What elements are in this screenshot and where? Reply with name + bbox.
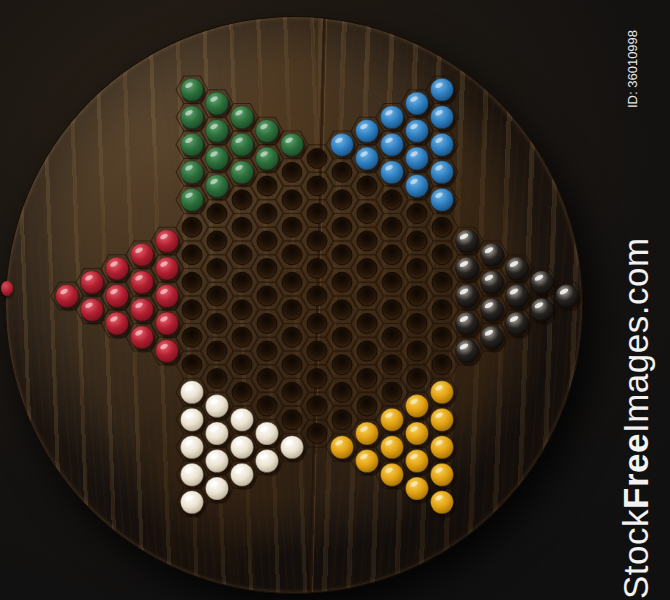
hole[interactable] xyxy=(207,314,227,334)
hole[interactable] xyxy=(282,245,302,265)
hole[interactable] xyxy=(382,355,402,375)
peg-red[interactable] xyxy=(131,326,154,349)
hole[interactable] xyxy=(382,327,402,347)
hole[interactable] xyxy=(357,259,377,279)
hole[interactable] xyxy=(382,190,402,210)
watermark-site: StockFreeImages.com xyxy=(616,117,654,599)
hole[interactable] xyxy=(357,396,377,416)
hole[interactable] xyxy=(232,355,252,375)
peg-black[interactable] xyxy=(506,285,529,308)
hole[interactable] xyxy=(182,217,202,237)
hole[interactable] xyxy=(357,341,377,361)
peg-black[interactable] xyxy=(456,230,479,253)
peg-white[interactable] xyxy=(181,463,204,486)
board-holes-and-pegs xyxy=(0,0,670,600)
peg-yellow[interactable] xyxy=(356,422,379,445)
peg-green[interactable] xyxy=(181,161,204,184)
peg-yellow[interactable] xyxy=(431,463,454,486)
peg-white[interactable] xyxy=(231,463,254,486)
peg-red[interactable] xyxy=(156,230,179,253)
peg-red[interactable] xyxy=(56,285,79,308)
hole[interactable] xyxy=(257,176,277,196)
hole[interactable] xyxy=(407,204,427,224)
peg-black[interactable] xyxy=(481,243,504,266)
hole[interactable] xyxy=(232,382,252,402)
peg-red[interactable] xyxy=(106,257,129,280)
peg-green[interactable] xyxy=(181,188,204,211)
hole[interactable] xyxy=(232,245,252,265)
peg-black[interactable] xyxy=(481,271,504,294)
peg-white[interactable] xyxy=(181,381,204,404)
peg-black[interactable] xyxy=(481,326,504,349)
peg-green[interactable] xyxy=(206,120,229,143)
hole[interactable] xyxy=(232,272,252,292)
hole[interactable] xyxy=(332,272,352,292)
hole[interactable] xyxy=(332,190,352,210)
peg-white[interactable] xyxy=(231,408,254,431)
hole[interactable] xyxy=(232,300,252,320)
peg-white[interactable] xyxy=(281,436,304,459)
peg-black[interactable] xyxy=(556,285,579,308)
peg-white[interactable] xyxy=(181,436,204,459)
peg-white[interactable] xyxy=(256,450,279,473)
peg-red[interactable] xyxy=(156,285,179,308)
hole[interactable] xyxy=(432,245,452,265)
hole[interactable] xyxy=(257,314,277,334)
hole[interactable] xyxy=(182,272,202,292)
peg-green[interactable] xyxy=(181,133,204,156)
peg-blue[interactable] xyxy=(356,120,379,143)
peg-black[interactable] xyxy=(456,340,479,363)
hole[interactable] xyxy=(232,327,252,347)
peg-yellow[interactable] xyxy=(406,450,429,473)
peg-yellow[interactable] xyxy=(406,395,429,418)
peg-black[interactable] xyxy=(481,298,504,321)
peg-green[interactable] xyxy=(206,147,229,170)
hole[interactable] xyxy=(357,176,377,196)
peg-black[interactable] xyxy=(456,312,479,335)
hole[interactable] xyxy=(257,369,277,389)
peg-blue[interactable] xyxy=(431,106,454,129)
peg-green[interactable] xyxy=(181,78,204,101)
peg-blue[interactable] xyxy=(431,161,454,184)
hole[interactable] xyxy=(407,341,427,361)
peg-blue[interactable] xyxy=(431,78,454,101)
peg-green[interactable] xyxy=(231,161,254,184)
hole[interactable] xyxy=(332,217,352,237)
peg-black[interactable] xyxy=(506,257,529,280)
peg-white[interactable] xyxy=(206,422,229,445)
hole[interactable] xyxy=(182,327,202,347)
hole[interactable] xyxy=(207,286,227,306)
peg-yellow[interactable] xyxy=(356,450,379,473)
peg-red[interactable] xyxy=(131,271,154,294)
hole[interactable] xyxy=(282,327,302,347)
hole[interactable] xyxy=(207,231,227,251)
peg-red[interactable] xyxy=(81,298,104,321)
hole[interactable] xyxy=(382,300,402,320)
hole[interactable] xyxy=(332,300,352,320)
hole[interactable] xyxy=(332,162,352,182)
hole[interactable] xyxy=(307,149,327,169)
peg-green[interactable] xyxy=(256,120,279,143)
peg-yellow[interactable] xyxy=(381,408,404,431)
hole[interactable] xyxy=(282,162,302,182)
hole[interactable] xyxy=(307,231,327,251)
watermark-site-prefix: Stock xyxy=(616,509,655,599)
peg-red[interactable] xyxy=(156,257,179,280)
peg-white[interactable] xyxy=(256,422,279,445)
hole[interactable] xyxy=(232,217,252,237)
watermark-id: ID: 36010998 xyxy=(625,8,641,108)
peg-yellow[interactable] xyxy=(406,477,429,500)
hole[interactable] xyxy=(332,355,352,375)
peg-green[interactable] xyxy=(206,92,229,115)
peg-white[interactable] xyxy=(206,477,229,500)
hole[interactable] xyxy=(382,245,402,265)
hole[interactable] xyxy=(207,259,227,279)
hole[interactable] xyxy=(432,272,452,292)
hole[interactable] xyxy=(257,286,277,306)
hole[interactable] xyxy=(182,300,202,320)
hole[interactable] xyxy=(307,396,327,416)
hole[interactable] xyxy=(432,300,452,320)
hole[interactable] xyxy=(432,327,452,347)
hole[interactable] xyxy=(282,300,302,320)
hole[interactable] xyxy=(232,190,252,210)
hole[interactable] xyxy=(182,355,202,375)
peg-yellow[interactable] xyxy=(381,436,404,459)
hole[interactable] xyxy=(357,204,377,224)
hole[interactable] xyxy=(307,369,327,389)
peg-red[interactable] xyxy=(106,285,129,308)
hole[interactable] xyxy=(332,245,352,265)
peg-red[interactable] xyxy=(156,340,179,363)
hole[interactable] xyxy=(207,341,227,361)
hole[interactable] xyxy=(332,410,352,430)
hole[interactable] xyxy=(207,369,227,389)
peg-black[interactable] xyxy=(506,312,529,335)
peg-red[interactable] xyxy=(131,243,154,266)
hole[interactable] xyxy=(382,217,402,237)
hole[interactable] xyxy=(307,176,327,196)
hole[interactable] xyxy=(407,231,427,251)
peg-yellow[interactable] xyxy=(431,491,454,514)
peg-blue[interactable] xyxy=(381,161,404,184)
hole[interactable] xyxy=(382,382,402,402)
hole[interactable] xyxy=(307,314,327,334)
peg-red[interactable] xyxy=(131,298,154,321)
watermark-site-bold: Free xyxy=(616,433,655,509)
hole[interactable] xyxy=(307,341,327,361)
hole[interactable] xyxy=(357,231,377,251)
hole[interactable] xyxy=(407,369,427,389)
peg-red[interactable] xyxy=(106,312,129,335)
peg-blue[interactable] xyxy=(431,188,454,211)
hole[interactable] xyxy=(357,314,377,334)
peg-green[interactable] xyxy=(231,106,254,129)
peg-black[interactable] xyxy=(456,285,479,308)
hole[interactable] xyxy=(282,217,302,237)
hole[interactable] xyxy=(307,286,327,306)
peg-blue[interactable] xyxy=(431,133,454,156)
peg-black[interactable] xyxy=(531,298,554,321)
hole[interactable] xyxy=(332,382,352,402)
hole[interactable] xyxy=(432,217,452,237)
peg-blue[interactable] xyxy=(406,147,429,170)
hole[interactable] xyxy=(307,259,327,279)
peg-red[interactable] xyxy=(156,312,179,335)
peg-blue[interactable] xyxy=(356,147,379,170)
hole[interactable] xyxy=(357,369,377,389)
peg-white[interactable] xyxy=(206,395,229,418)
peg-yellow[interactable] xyxy=(406,422,429,445)
peg-blue[interactable] xyxy=(406,92,429,115)
peg-white[interactable] xyxy=(181,491,204,514)
peg-red[interactable] xyxy=(81,271,104,294)
peg-yellow[interactable] xyxy=(431,381,454,404)
watermark-site-suffix: Images.com xyxy=(616,237,655,433)
hole[interactable] xyxy=(282,272,302,292)
hole[interactable] xyxy=(307,204,327,224)
peg-yellow[interactable] xyxy=(431,436,454,459)
peg-green[interactable] xyxy=(256,147,279,170)
peg-yellow[interactable] xyxy=(431,408,454,431)
peg-blue[interactable] xyxy=(381,133,404,156)
hole[interactable] xyxy=(207,204,227,224)
peg-green[interactable] xyxy=(231,133,254,156)
peg-black[interactable] xyxy=(531,271,554,294)
hole[interactable] xyxy=(407,286,427,306)
peg-white[interactable] xyxy=(231,436,254,459)
hole[interactable] xyxy=(407,314,427,334)
peg-blue[interactable] xyxy=(331,133,354,156)
hole[interactable] xyxy=(257,204,277,224)
hole[interactable] xyxy=(432,355,452,375)
hole[interactable] xyxy=(182,245,202,265)
hole[interactable] xyxy=(282,410,302,430)
photo-background: StockFreeImages.com ID: 36010998 xyxy=(0,0,670,600)
hole[interactable] xyxy=(282,190,302,210)
peg-green[interactable] xyxy=(206,175,229,198)
hole[interactable] xyxy=(257,259,277,279)
peg-blue[interactable] xyxy=(406,120,429,143)
peg-black[interactable] xyxy=(456,257,479,280)
hole[interactable] xyxy=(307,424,327,444)
peg-yellow[interactable] xyxy=(381,463,404,486)
peg-blue[interactable] xyxy=(406,175,429,198)
hole[interactable] xyxy=(257,396,277,416)
hole[interactable] xyxy=(282,382,302,402)
peg-green[interactable] xyxy=(281,133,304,156)
hole[interactable] xyxy=(382,272,402,292)
peg-white[interactable] xyxy=(206,450,229,473)
hole[interactable] xyxy=(332,327,352,347)
hole[interactable] xyxy=(282,355,302,375)
hole[interactable] xyxy=(357,286,377,306)
peg-white[interactable] xyxy=(181,408,204,431)
hole[interactable] xyxy=(257,341,277,361)
hole[interactable] xyxy=(407,259,427,279)
hole[interactable] xyxy=(257,231,277,251)
peg-yellow[interactable] xyxy=(331,436,354,459)
peg-green[interactable] xyxy=(181,106,204,129)
peg-blue[interactable] xyxy=(381,106,404,129)
